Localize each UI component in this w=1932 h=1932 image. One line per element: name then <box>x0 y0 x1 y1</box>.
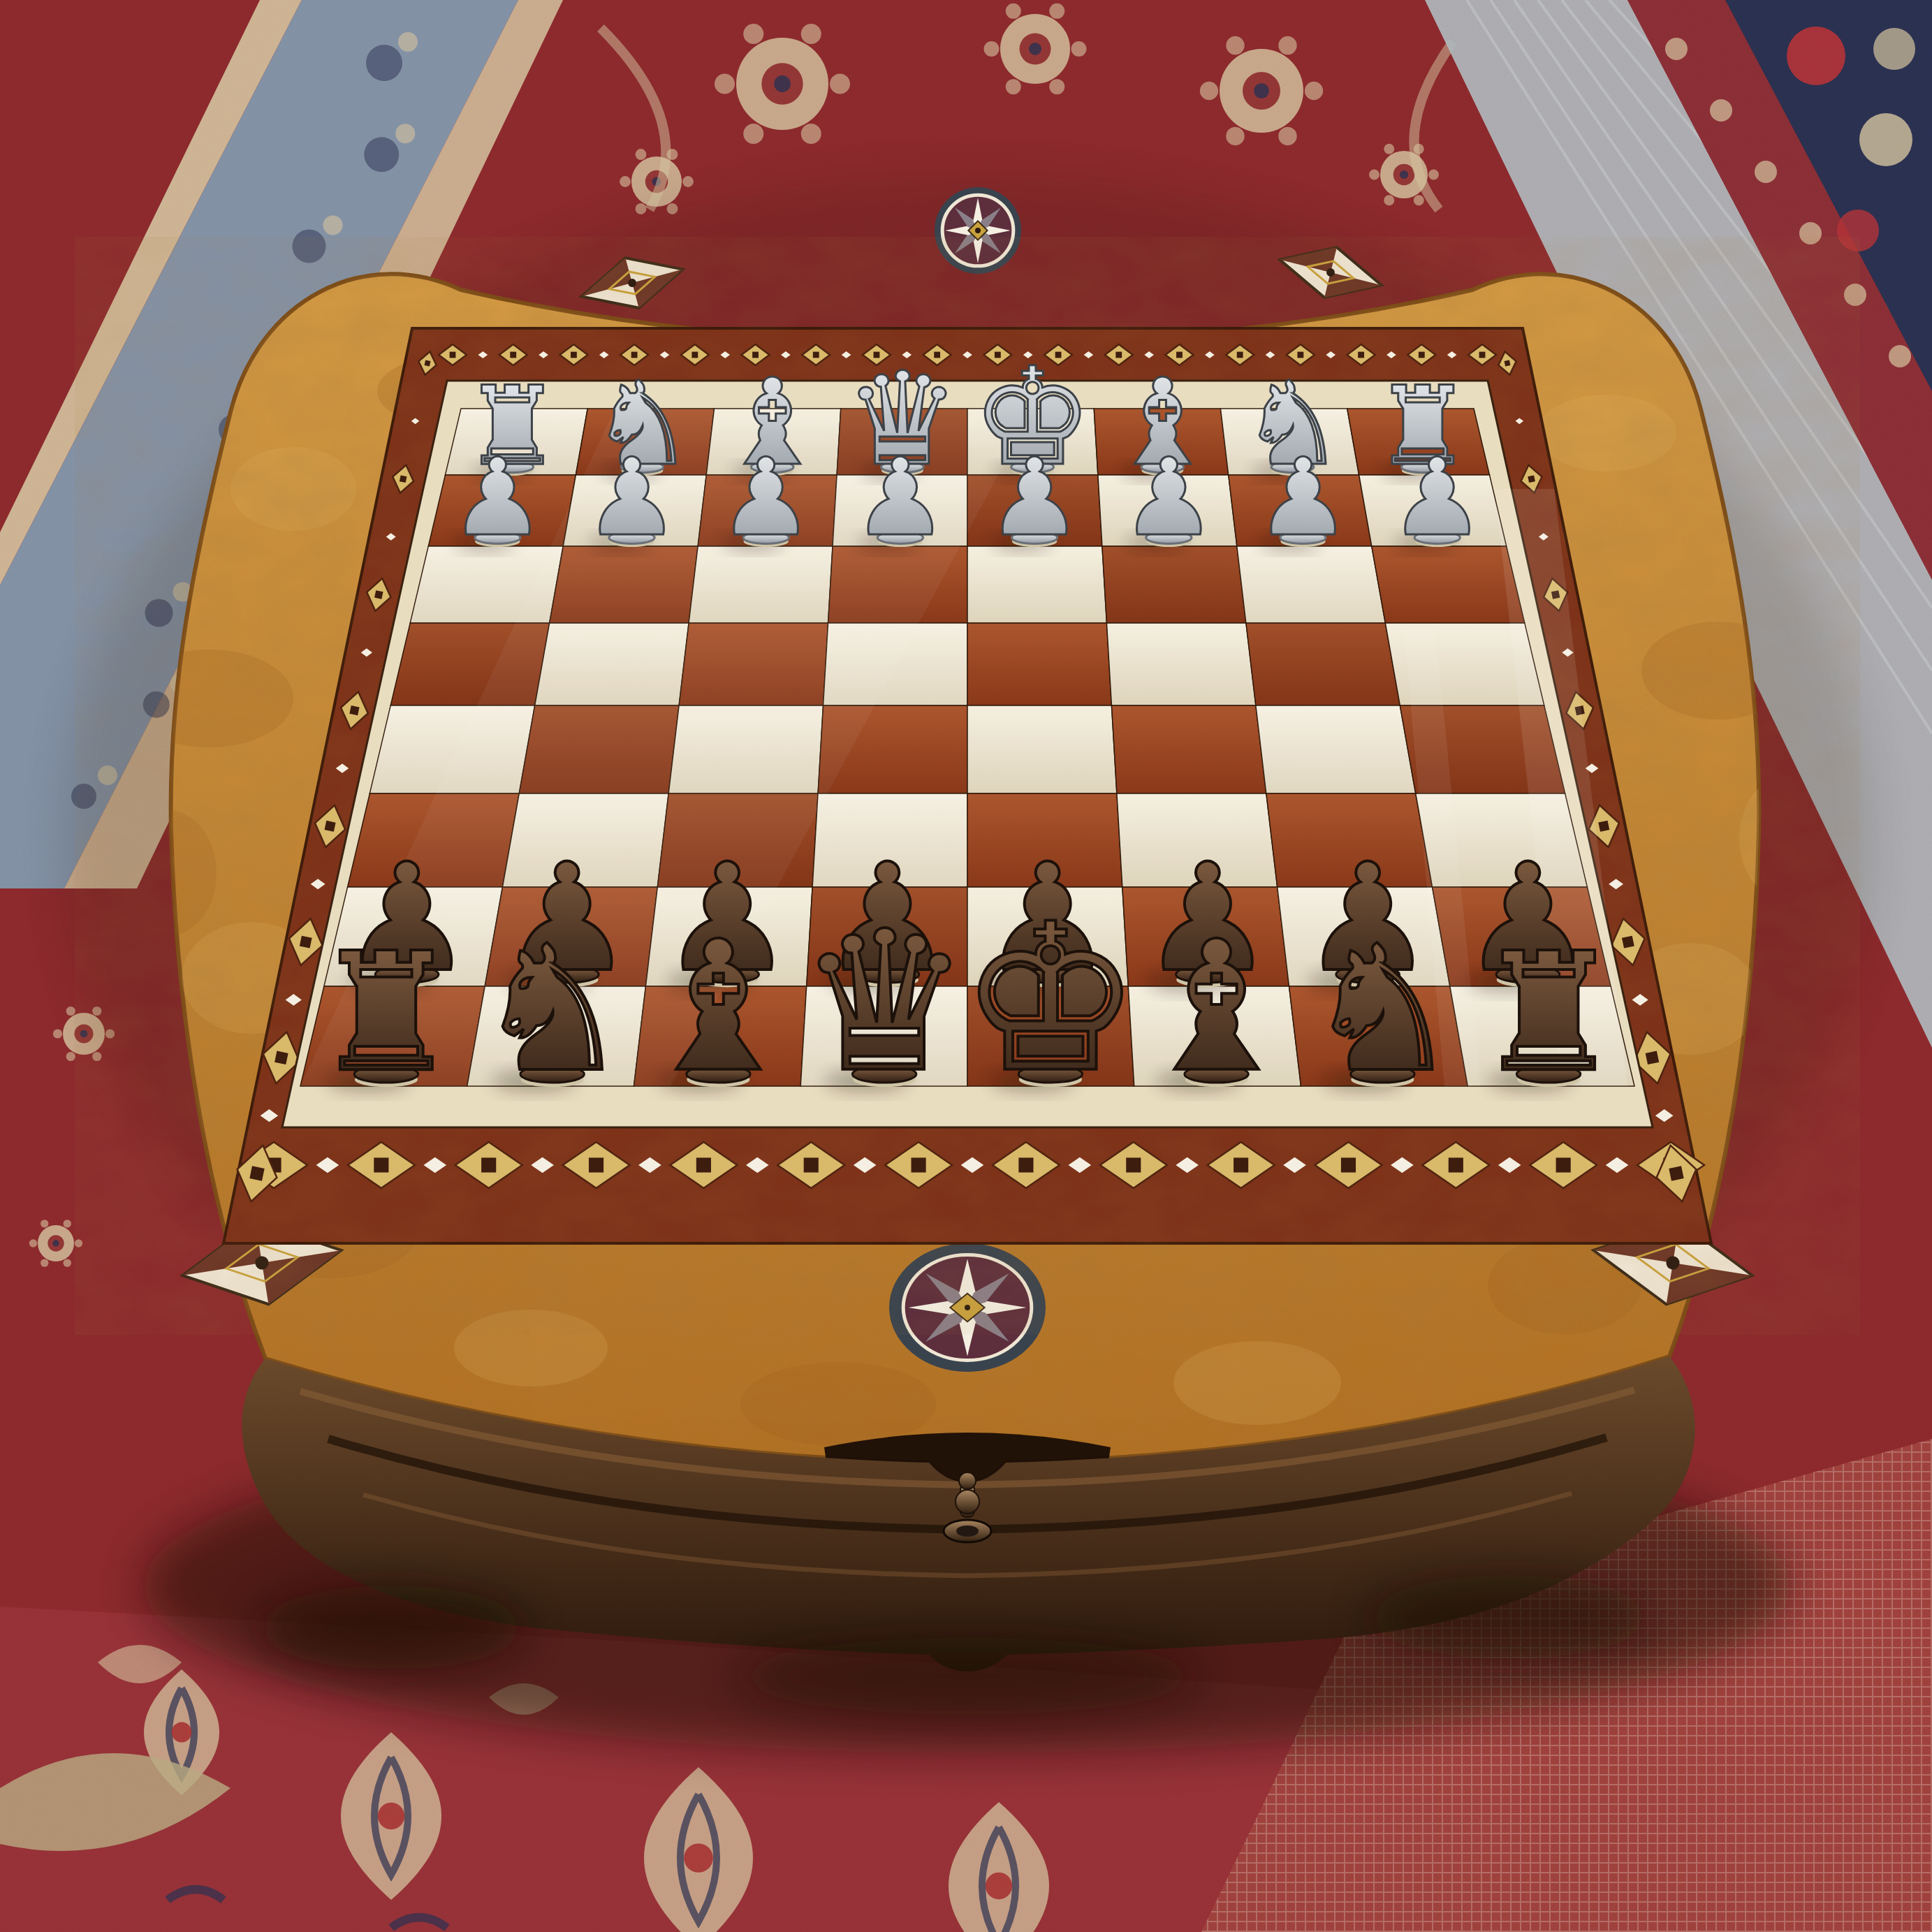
inlay-star-far-center <box>935 187 1021 274</box>
piece-white-rook-brick-tower-h1[interactable]: ♜ <box>1475 917 1622 1108</box>
piece-glyph: ♟ <box>718 435 814 559</box>
piece-white-knight-centaur-b1[interactable]: ♞ <box>474 908 630 1111</box>
piece-glyph: ♚ <box>959 880 1142 1118</box>
piece-glyph: ♟ <box>1255 435 1351 559</box>
piece-glyph: ♛ <box>798 889 972 1115</box>
piece-white-knight-centaur-g1[interactable]: ♞ <box>1305 908 1461 1111</box>
piece-white-king-e1[interactable]: ♚ <box>959 880 1142 1118</box>
piece-glyph: ♞ <box>474 908 630 1111</box>
piece-glyph: ♜ <box>313 917 460 1108</box>
piece-black-pawn-d7[interactable]: ♟ <box>852 435 948 559</box>
piece-glyph: ♞ <box>1305 908 1461 1111</box>
piece-glyph: ♟ <box>1121 435 1217 559</box>
piece-white-rook-obelisk-a1[interactable]: ♜ <box>313 917 460 1108</box>
chess-table-render: ♜♞♝♛♚♝♞♜♟♟♟♟♟♟♟♟♟♟♟♟♟♟♟♟♜♞♝♛♚♝♞♜ <box>0 0 1932 1932</box>
piece-white-queen-d1[interactable]: ♛ <box>798 889 972 1115</box>
piece-black-pawn-c7[interactable]: ♟ <box>718 435 814 559</box>
piece-glyph: ♜ <box>1475 917 1622 1108</box>
piece-glyph: ♟ <box>1389 435 1485 559</box>
piece-black-pawn-h7[interactable]: ♟ <box>1389 435 1485 559</box>
piece-black-pawn-f7[interactable]: ♟ <box>1121 435 1217 559</box>
piece-glyph: ♟ <box>852 435 948 559</box>
piece-black-pawn-a7[interactable]: ♟ <box>450 435 546 559</box>
piece-white-bishop-f1[interactable]: ♝ <box>1136 902 1297 1112</box>
piece-black-pawn-e7[interactable]: ♟ <box>987 435 1083 559</box>
piece-black-pawn-g7[interactable]: ♟ <box>1255 435 1351 559</box>
piece-black-pawn-b7[interactable]: ♟ <box>584 435 680 559</box>
piece-glyph: ♟ <box>450 435 546 559</box>
photo-of-chess-table-scene: ♜♞♝♛♚♝♞♜♟♟♟♟♟♟♟♟♟♟♟♟♟♟♟♟♜♞♝♛♚♝♞♜ <box>0 0 1932 1932</box>
piece-glyph: ♟ <box>584 435 680 559</box>
piece-glyph: ♝ <box>638 902 799 1112</box>
foot-shadow-left <box>258 1586 524 1669</box>
piece-white-bishop-c1[interactable]: ♝ <box>638 902 799 1112</box>
foot-shadow-right <box>1369 1575 1648 1659</box>
foot-shadow-center <box>737 1638 1198 1715</box>
inlay-star-near-center <box>889 1243 1046 1372</box>
piece-glyph: ♝ <box>1136 902 1297 1112</box>
piece-glyph: ♟ <box>987 435 1083 559</box>
